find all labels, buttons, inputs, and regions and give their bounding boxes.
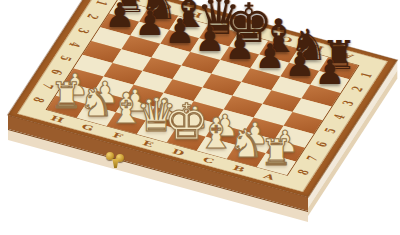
piece-black-pawn[interactable]: ♟ [313, 55, 347, 89]
piece-white-rook[interactable]: ♜ [258, 135, 294, 171]
piece-black-pawn[interactable]: ♟ [193, 22, 227, 56]
chess-set-photo: HGFEDCBA HGFEDCBA 12345678 12345678 ♜♞♝♛… [0, 0, 400, 235]
brass-clasp-icon [103, 151, 129, 170]
piece-black-pawn[interactable]: ♟ [223, 30, 257, 64]
piece-black-pawn[interactable]: ♟ [103, 0, 137, 32]
piece-black-pawn[interactable]: ♟ [133, 6, 167, 40]
piece-black-pawn[interactable]: ♟ [283, 47, 317, 81]
clasp-knob-icon [106, 152, 114, 160]
piece-black-pawn[interactable]: ♟ [253, 39, 287, 73]
piece-black-pawn[interactable]: ♟ [163, 14, 197, 48]
